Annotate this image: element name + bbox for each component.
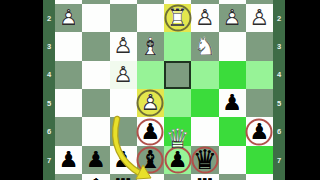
piece-black-B-e7[interactable]: ♝♝	[137, 146, 164, 174]
square-f6[interactable]	[110, 117, 137, 145]
piece-black-P-h7[interactable]: ♟♟	[55, 146, 82, 174]
square-d8[interactable]	[164, 174, 191, 180]
square-e3[interactable]: ♝♗	[137, 32, 164, 60]
square-a3[interactable]	[246, 32, 273, 60]
square-c7[interactable]: ♛♛	[191, 146, 218, 174]
square-c5[interactable]	[191, 89, 218, 117]
rank-label-2: 2	[43, 14, 55, 23]
piece-white-P-b2[interactable]: ♟♙	[219, 4, 246, 32]
red-circle-d7	[164, 146, 191, 173]
square-f7[interactable]: ♟♟	[110, 146, 137, 174]
square-f2[interactable]	[110, 4, 137, 32]
square-e6[interactable]: ♟♟	[137, 117, 164, 145]
rank-label-5: 5	[43, 99, 55, 108]
square-e5[interactable]: ♟♙	[137, 89, 164, 117]
square-d2[interactable]: ♜♖	[164, 4, 191, 32]
piece-white-P-h2[interactable]: ♟♙	[55, 4, 82, 32]
square-c4[interactable]	[191, 61, 218, 89]
square-g2[interactable]	[82, 4, 109, 32]
red-circle-e6	[137, 118, 164, 145]
piece-white-P-c2[interactable]: ♟♙	[191, 4, 218, 32]
square-c2[interactable]: ♟♙	[191, 4, 218, 32]
square-b7[interactable]	[219, 146, 246, 174]
piece-black-Q-c7[interactable]: ♛♛	[191, 146, 218, 174]
square-b3[interactable]	[219, 32, 246, 60]
piece-white-P-f3[interactable]: ♟♙	[110, 32, 137, 60]
square-d7[interactable]: ♟♟	[164, 146, 191, 174]
rank-label-7: 7	[273, 156, 285, 165]
left-black-bar	[0, 0, 43, 180]
piece-white-R-d2[interactable]: ♜♖	[164, 4, 191, 32]
rank-labels-right: 12345678	[273, 0, 285, 180]
square-g8[interactable]: ♚♚	[82, 174, 109, 180]
square-h2[interactable]: ♟♙	[55, 4, 82, 32]
square-e2[interactable]	[137, 4, 164, 32]
rank-label-3: 3	[273, 42, 285, 51]
piece-white-B-e3[interactable]: ♝♗	[137, 32, 164, 60]
piece-black-P-b5[interactable]: ♟♟	[219, 89, 246, 117]
olive-circle-e5	[137, 90, 164, 117]
square-d6[interactable]: ♛♕	[164, 117, 191, 145]
piece-white-P-f4[interactable]: ♟♙	[110, 61, 137, 89]
rank-label-4: 4	[43, 70, 55, 79]
square-c6[interactable]	[191, 117, 218, 145]
square-f3[interactable]: ♟♙	[110, 32, 137, 60]
square-a8[interactable]	[246, 174, 273, 180]
square-h6[interactable]	[55, 117, 82, 145]
piece-black-R-c8[interactable]: ♜♜	[191, 174, 218, 180]
chess-board: ♜♖♚♔♟♙♜♖♟♙♟♙♟♙♟♙♝♗♞♘♟♙♟♙♟♟♟♟♛♕♟♟♟♟♟♟♟♟♝♝…	[55, 0, 273, 180]
rank-label-3: 3	[43, 42, 55, 51]
square-a6[interactable]: ♟♟	[246, 117, 273, 145]
square-h4[interactable]	[55, 61, 82, 89]
piece-black-K-g8[interactable]: ♚♚	[82, 174, 109, 180]
rank-label-7: 7	[43, 156, 55, 165]
piece-white-N-c3[interactable]: ♞♘	[191, 32, 218, 60]
square-f8[interactable]: ♜♜	[110, 174, 137, 180]
square-b5[interactable]: ♟♟	[219, 89, 246, 117]
square-b2[interactable]: ♟♙	[219, 4, 246, 32]
square-g6[interactable]	[82, 117, 109, 145]
olive-circle-d2	[164, 4, 191, 31]
piece-black-P-d7[interactable]: ♟♟	[164, 146, 191, 174]
square-g7[interactable]: ♟♟	[82, 146, 109, 174]
right-black-bar	[285, 0, 320, 180]
square-e4[interactable]	[137, 61, 164, 89]
square-c8[interactable]: ♜♜	[191, 174, 218, 180]
square-b8[interactable]	[219, 174, 246, 180]
rank-label-6: 6	[273, 127, 285, 136]
square-g5[interactable]	[82, 89, 109, 117]
square-c3[interactable]: ♞♘	[191, 32, 218, 60]
red-circle-a6	[246, 118, 273, 145]
square-g3[interactable]	[82, 32, 109, 60]
square-d4[interactable]	[164, 61, 191, 89]
square-h3[interactable]	[55, 32, 82, 60]
square-b4[interactable]	[219, 61, 246, 89]
square-h7[interactable]: ♟♟	[55, 146, 82, 174]
square-e8[interactable]	[137, 174, 164, 180]
piece-white-P-e5[interactable]: ♟♙	[137, 89, 164, 117]
piece-black-P-g7[interactable]: ♟♟	[82, 146, 109, 174]
square-h8[interactable]	[55, 174, 82, 180]
square-b6[interactable]	[219, 117, 246, 145]
piece-black-P-f7[interactable]: ♟♟	[110, 146, 137, 174]
square-d5[interactable]	[164, 89, 191, 117]
square-f5[interactable]	[110, 89, 137, 117]
piece-black-P-e6[interactable]: ♟♟	[137, 117, 164, 145]
square-f4[interactable]: ♟♙	[110, 61, 137, 89]
square-g4[interactable]	[82, 61, 109, 89]
piece-white-P-a2[interactable]: ♟♙	[246, 4, 273, 32]
rank-label-6: 6	[43, 127, 55, 136]
piece-black-P-a6[interactable]: ♟♟	[246, 117, 273, 145]
square-a5[interactable]	[246, 89, 273, 117]
square-a7[interactable]	[246, 146, 273, 174]
red-circle-c7	[191, 146, 218, 173]
rank-label-2: 2	[273, 14, 285, 23]
chess-board-screenshot: ♜♖♚♔♟♙♜♖♟♙♟♙♟♙♟♙♝♗♞♘♟♙♟♙♟♟♟♟♛♕♟♟♟♟♟♟♟♟♝♝…	[0, 0, 320, 180]
rank-labels-left: 12345678	[43, 0, 55, 180]
square-a4[interactable]	[246, 61, 273, 89]
square-e7[interactable]: ♝♝	[137, 146, 164, 174]
red-circle-e7	[137, 146, 164, 173]
square-d3[interactable]	[164, 32, 191, 60]
square-h5[interactable]	[55, 89, 82, 117]
piece-black-R-f8[interactable]: ♜♜	[110, 174, 137, 180]
rank-label-5: 5	[273, 99, 285, 108]
square-a2[interactable]: ♟♙	[246, 4, 273, 32]
rank-label-4: 4	[273, 70, 285, 79]
